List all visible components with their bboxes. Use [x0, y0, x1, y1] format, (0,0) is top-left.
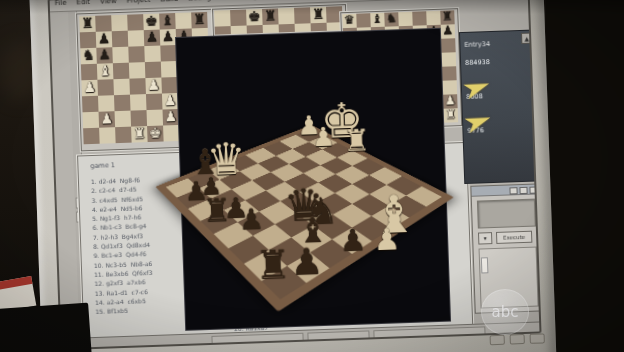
monitor-button	[530, 333, 545, 344]
status-segment	[211, 333, 303, 347]
menu-item-debug[interactable]: Debug	[188, 0, 211, 3]
black-bishop: ♝	[370, 13, 384, 27]
foreground-dark-object	[0, 303, 92, 352]
scroll-up-icon[interactable]: ▲	[521, 33, 532, 44]
black-pawn[interactable]: ♟	[160, 29, 177, 46]
board-square	[442, 52, 456, 66]
white-pawn[interactable]: ♟	[162, 109, 179, 126]
board-square[interactable]	[163, 125, 180, 142]
menu-item-project[interactable]: Project	[126, 0, 150, 5]
chess-board-background-a: ♚♜♜	[214, 6, 343, 34]
board-square	[441, 38, 455, 52]
data-panel-rows: 884938➤8008➤9776	[465, 55, 532, 137]
crt-monitor: FileEditViewProjectBuildDebugVersioningT…	[29, 0, 556, 352]
board-square	[294, 7, 311, 24]
black-knight[interactable]: ♞	[80, 48, 97, 65]
black-rook-3d[interactable]: ♜	[254, 244, 291, 285]
board-square[interactable]	[127, 14, 144, 31]
black-rook: ♜	[262, 8, 279, 25]
board-square	[442, 66, 456, 80]
board-square[interactable]	[83, 128, 100, 145]
black-pawn-3d[interactable]: ♟	[290, 244, 324, 281]
board-square[interactable]	[129, 78, 146, 95]
white-rook-3d[interactable]: ♜	[343, 125, 371, 156]
board-square	[412, 11, 426, 25]
monitor-screen: FileEditViewProjectBuildDebugVersioningT…	[48, 0, 542, 350]
board-square[interactable]	[99, 127, 116, 144]
dialog-title-bar	[471, 184, 539, 196]
white-pawn[interactable]: ♟	[145, 78, 162, 95]
close-button[interactable]	[529, 186, 537, 193]
board-square	[215, 26, 232, 35]
data-panel: Entry34 ▲ 884938➤8008➤9776	[459, 29, 540, 184]
board-square[interactable]	[83, 112, 100, 129]
game-title: game 1	[90, 161, 115, 170]
menu-item-edit[interactable]: Edit	[76, 0, 90, 6]
board-square[interactable]	[114, 95, 131, 112]
chess-3d-window[interactable]: ♝♛♟♟♜♟♟♟♚♜♛♞♝♟♟♝♟♜♟	[175, 28, 451, 331]
board-square	[398, 12, 412, 26]
menu-item-build[interactable]: Build	[160, 0, 178, 4]
dropdown-button[interactable]: ▾	[478, 232, 492, 244]
board-square[interactable]	[128, 30, 145, 47]
board-square[interactable]	[111, 15, 128, 32]
white-king[interactable]: ♚	[147, 126, 164, 143]
board-square[interactable]	[113, 79, 130, 96]
minimize-button[interactable]	[509, 187, 517, 194]
menu-item-versioning[interactable]: Versioning	[221, 0, 258, 1]
white-pawn[interactable]: ♟	[99, 111, 116, 128]
monitor-control-buttons	[490, 333, 545, 345]
board-square[interactable]	[146, 94, 163, 111]
board-square[interactable]	[128, 46, 145, 63]
board-square[interactable]	[144, 46, 161, 63]
board-square[interactable]	[129, 62, 146, 79]
abc-network-logo: abc	[481, 289, 529, 335]
black-king: ♚	[246, 9, 263, 26]
monitor-button	[510, 334, 525, 345]
board-square[interactable]	[113, 63, 130, 80]
maximize-button[interactable]	[519, 187, 527, 194]
board-square	[214, 10, 231, 27]
board-square[interactable]	[115, 127, 132, 144]
black-knight: ♞	[384, 12, 398, 26]
board-square	[278, 8, 295, 25]
abc-logo-text: abc	[492, 303, 519, 321]
room-background-right	[546, 0, 624, 352]
status-segment	[373, 326, 485, 341]
move-list[interactable]: 1. d2-d4 Ng8-f6 2. c2-c4 d7-d5 3. c4xd5 …	[91, 175, 154, 316]
black-pawn-3d[interactable]: ♟	[238, 206, 264, 235]
board-square[interactable]	[97, 79, 114, 96]
chess-pieces-3d: ♝♛♟♟♜♟♟♟♚♜♛♞♝♟♟♝♟♜♟	[176, 29, 450, 330]
board-square	[230, 10, 247, 27]
board-square[interactable]	[161, 61, 178, 78]
white-rook: ♜	[444, 108, 458, 122]
white-bishop[interactable]: ♝	[97, 63, 114, 80]
board-square	[231, 26, 248, 35]
white-rook[interactable]: ♜	[131, 126, 148, 143]
black-pawn: ♟	[441, 24, 455, 38]
black-pawn-3d[interactable]: ♟	[339, 225, 367, 256]
black-rook[interactable]: ♜	[191, 12, 208, 29]
execute-button[interactable]: Execute	[496, 231, 532, 244]
board-square[interactable]	[130, 94, 147, 111]
status-segment	[307, 330, 369, 343]
menu-item-file[interactable]: File	[55, 0, 67, 7]
black-rook[interactable]: ♜	[79, 16, 96, 33]
board-square[interactable]	[112, 31, 129, 48]
scrollbar-thumb[interactable]	[481, 257, 489, 273]
data-panel-title: Entry34	[464, 40, 490, 49]
black-pawn[interactable]: ♟	[144, 30, 161, 47]
board-square[interactable]	[115, 111, 132, 128]
white-pawn[interactable]: ♟	[81, 80, 98, 97]
tv-frame: FileEditViewProjectBuildDebugVersioningT…	[0, 0, 624, 352]
menu-item-view[interactable]: View	[100, 0, 117, 6]
monitor-button	[490, 335, 505, 346]
board-square	[356, 13, 370, 27]
black-queen: ♛	[342, 14, 356, 28]
board-square[interactable]	[160, 45, 177, 62]
black-rook: ♜	[310, 7, 327, 24]
dialog-field	[477, 199, 536, 229]
board-square[interactable]	[112, 47, 129, 64]
board-square[interactable]	[82, 96, 99, 113]
white-pawn-3d[interactable]: ♟	[373, 224, 401, 255]
